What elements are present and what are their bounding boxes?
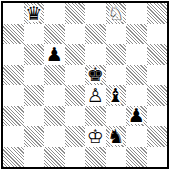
square-e1[interactable] bbox=[85, 147, 106, 168]
square-h7[interactable] bbox=[147, 24, 168, 45]
square-a4[interactable] bbox=[3, 85, 24, 106]
square-a6[interactable] bbox=[3, 44, 24, 65]
square-h2[interactable] bbox=[147, 126, 168, 147]
square-h4[interactable] bbox=[147, 85, 168, 106]
square-f3[interactable] bbox=[106, 106, 127, 127]
square-c2[interactable] bbox=[44, 126, 65, 147]
square-f7[interactable] bbox=[106, 24, 127, 45]
square-f6[interactable] bbox=[106, 44, 127, 65]
square-h3[interactable] bbox=[147, 106, 168, 127]
square-e3[interactable] bbox=[85, 106, 106, 127]
square-g1[interactable] bbox=[126, 147, 147, 168]
square-g8[interactable] bbox=[126, 3, 147, 24]
square-h8[interactable] bbox=[147, 3, 168, 24]
square-g7[interactable] bbox=[126, 24, 147, 45]
square-d2[interactable] bbox=[65, 126, 86, 147]
chess-diagram: ♛♘♟♚♙♝♟♔♞ bbox=[0, 0, 172, 172]
square-g2[interactable] bbox=[126, 126, 147, 147]
piece-black-pawn[interactable]: ♟ bbox=[128, 106, 145, 125]
square-a2[interactable] bbox=[3, 126, 24, 147]
square-d6[interactable] bbox=[65, 44, 86, 65]
square-b7[interactable] bbox=[24, 24, 45, 45]
square-e4[interactable]: ♙ bbox=[85, 85, 106, 106]
square-c5[interactable] bbox=[44, 65, 65, 86]
piece-black-pawn[interactable]: ♟ bbox=[46, 45, 63, 64]
square-f4[interactable]: ♝ bbox=[106, 85, 127, 106]
square-b4[interactable] bbox=[24, 85, 45, 106]
square-d1[interactable] bbox=[65, 147, 86, 168]
square-b5[interactable] bbox=[24, 65, 45, 86]
square-g3[interactable]: ♟ bbox=[126, 106, 147, 127]
square-c1[interactable] bbox=[44, 147, 65, 168]
piece-white-knight[interactable]: ♘ bbox=[107, 4, 124, 23]
square-g4[interactable] bbox=[126, 85, 147, 106]
square-f1[interactable] bbox=[106, 147, 127, 168]
square-e8[interactable] bbox=[85, 3, 106, 24]
square-a7[interactable] bbox=[3, 24, 24, 45]
square-e2[interactable]: ♔ bbox=[85, 126, 106, 147]
square-a1[interactable] bbox=[3, 147, 24, 168]
square-e6[interactable] bbox=[85, 44, 106, 65]
square-h6[interactable] bbox=[147, 44, 168, 65]
square-f8[interactable]: ♘ bbox=[106, 3, 127, 24]
square-c8[interactable] bbox=[44, 3, 65, 24]
chess-board: ♛♘♟♚♙♝♟♔♞ bbox=[3, 3, 167, 167]
square-d7[interactable] bbox=[65, 24, 86, 45]
square-d8[interactable] bbox=[65, 3, 86, 24]
square-a3[interactable] bbox=[3, 106, 24, 127]
piece-white-pawn[interactable]: ♙ bbox=[87, 86, 104, 105]
square-f2[interactable]: ♞ bbox=[106, 126, 127, 147]
square-g5[interactable] bbox=[126, 65, 147, 86]
square-a5[interactable] bbox=[3, 65, 24, 86]
square-c4[interactable] bbox=[44, 85, 65, 106]
piece-black-knight[interactable]: ♞ bbox=[107, 127, 124, 146]
piece-white-king[interactable]: ♔ bbox=[87, 127, 104, 146]
square-c3[interactable] bbox=[44, 106, 65, 127]
square-a8[interactable] bbox=[3, 3, 24, 24]
square-f5[interactable] bbox=[106, 65, 127, 86]
square-g6[interactable] bbox=[126, 44, 147, 65]
square-c7[interactable] bbox=[44, 24, 65, 45]
square-b3[interactable] bbox=[24, 106, 45, 127]
square-h1[interactable] bbox=[147, 147, 168, 168]
square-c6[interactable]: ♟ bbox=[44, 44, 65, 65]
square-b2[interactable] bbox=[24, 126, 45, 147]
square-b1[interactable] bbox=[24, 147, 45, 168]
square-d5[interactable] bbox=[65, 65, 86, 86]
chess-board-frame: ♛♘♟♚♙♝♟♔♞ bbox=[1, 1, 169, 169]
square-e7[interactable] bbox=[85, 24, 106, 45]
square-b6[interactable] bbox=[24, 44, 45, 65]
piece-black-queen[interactable]: ♛ bbox=[25, 4, 42, 23]
piece-black-bishop[interactable]: ♝ bbox=[107, 86, 124, 105]
square-h5[interactable] bbox=[147, 65, 168, 86]
square-d3[interactable] bbox=[65, 106, 86, 127]
piece-black-king[interactable]: ♚ bbox=[87, 65, 104, 84]
square-b8[interactable]: ♛ bbox=[24, 3, 45, 24]
square-d4[interactable] bbox=[65, 85, 86, 106]
square-e5[interactable]: ♚ bbox=[85, 65, 106, 86]
